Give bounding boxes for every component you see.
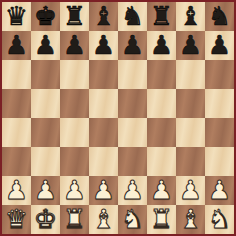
square-d6[interactable] bbox=[89, 60, 118, 89]
square-h1[interactable]: ♞ bbox=[205, 205, 234, 234]
black-pawn[interactable]: ♟ bbox=[31, 31, 60, 60]
square-h5[interactable] bbox=[205, 89, 234, 118]
black-bishop[interactable]: ♝ bbox=[89, 2, 118, 31]
square-d3[interactable] bbox=[89, 147, 118, 176]
white-rook[interactable]: ♜ bbox=[147, 205, 176, 234]
black-pawn[interactable]: ♟ bbox=[147, 31, 176, 60]
square-d1[interactable]: ♝ bbox=[89, 205, 118, 234]
square-g4[interactable] bbox=[176, 118, 205, 147]
white-pawn[interactable]: ♟ bbox=[176, 176, 205, 205]
black-pawn[interactable]: ♟ bbox=[118, 31, 147, 60]
square-h8[interactable]: ♞ bbox=[205, 2, 234, 31]
square-a6[interactable] bbox=[2, 60, 31, 89]
white-knight[interactable]: ♞ bbox=[205, 205, 234, 234]
white-pawn[interactable]: ♟ bbox=[31, 176, 60, 205]
white-pawn[interactable]: ♟ bbox=[118, 176, 147, 205]
square-c5[interactable] bbox=[60, 89, 89, 118]
square-a1[interactable]: ♛ bbox=[2, 205, 31, 234]
square-c6[interactable] bbox=[60, 60, 89, 89]
square-d8[interactable]: ♝ bbox=[89, 2, 118, 31]
square-f8[interactable]: ♜ bbox=[147, 2, 176, 31]
square-h4[interactable] bbox=[205, 118, 234, 147]
square-f2[interactable]: ♟ bbox=[147, 176, 176, 205]
black-rook[interactable]: ♜ bbox=[147, 2, 176, 31]
square-d2[interactable]: ♟ bbox=[89, 176, 118, 205]
square-f1[interactable]: ♜ bbox=[147, 205, 176, 234]
square-f4[interactable] bbox=[147, 118, 176, 147]
square-e4[interactable] bbox=[118, 118, 147, 147]
black-queen[interactable]: ♛ bbox=[2, 2, 31, 31]
white-pawn[interactable]: ♟ bbox=[60, 176, 89, 205]
square-g8[interactable]: ♝ bbox=[176, 2, 205, 31]
square-e6[interactable] bbox=[118, 60, 147, 89]
square-a4[interactable] bbox=[2, 118, 31, 147]
square-g6[interactable] bbox=[176, 60, 205, 89]
square-a2[interactable]: ♟ bbox=[2, 176, 31, 205]
square-e3[interactable] bbox=[118, 147, 147, 176]
square-e5[interactable] bbox=[118, 89, 147, 118]
chess-board: ♛♚♜♝♞♜♝♞♟♟♟♟♟♟♟♟♟♟♟♟♟♟♟♟♛♚♜♝♞♜♝♞ bbox=[2, 2, 234, 234]
square-a8[interactable]: ♛ bbox=[2, 2, 31, 31]
black-king[interactable]: ♚ bbox=[31, 2, 60, 31]
black-pawn[interactable]: ♟ bbox=[89, 31, 118, 60]
square-f6[interactable] bbox=[147, 60, 176, 89]
square-h3[interactable] bbox=[205, 147, 234, 176]
black-knight[interactable]: ♞ bbox=[118, 2, 147, 31]
square-c8[interactable]: ♜ bbox=[60, 2, 89, 31]
square-d7[interactable]: ♟ bbox=[89, 31, 118, 60]
square-h6[interactable] bbox=[205, 60, 234, 89]
white-king[interactable]: ♚ bbox=[31, 205, 60, 234]
white-bishop[interactable]: ♝ bbox=[176, 205, 205, 234]
square-h2[interactable]: ♟ bbox=[205, 176, 234, 205]
square-g2[interactable]: ♟ bbox=[176, 176, 205, 205]
white-knight[interactable]: ♞ bbox=[118, 205, 147, 234]
square-f7[interactable]: ♟ bbox=[147, 31, 176, 60]
square-b3[interactable] bbox=[31, 147, 60, 176]
square-c3[interactable] bbox=[60, 147, 89, 176]
square-b2[interactable]: ♟ bbox=[31, 176, 60, 205]
square-a7[interactable]: ♟ bbox=[2, 31, 31, 60]
white-queen[interactable]: ♛ bbox=[2, 205, 31, 234]
square-b1[interactable]: ♚ bbox=[31, 205, 60, 234]
square-c7[interactable]: ♟ bbox=[60, 31, 89, 60]
square-f5[interactable] bbox=[147, 89, 176, 118]
square-c2[interactable]: ♟ bbox=[60, 176, 89, 205]
board-frame: ♛♚♜♝♞♜♝♞♟♟♟♟♟♟♟♟♟♟♟♟♟♟♟♟♛♚♜♝♞♜♝♞ bbox=[0, 0, 236, 236]
square-c4[interactable] bbox=[60, 118, 89, 147]
square-c1[interactable]: ♜ bbox=[60, 205, 89, 234]
white-pawn[interactable]: ♟ bbox=[147, 176, 176, 205]
white-rook[interactable]: ♜ bbox=[60, 205, 89, 234]
square-e1[interactable]: ♞ bbox=[118, 205, 147, 234]
black-pawn[interactable]: ♟ bbox=[205, 31, 234, 60]
square-g5[interactable] bbox=[176, 89, 205, 118]
square-b4[interactable] bbox=[31, 118, 60, 147]
black-bishop[interactable]: ♝ bbox=[176, 2, 205, 31]
black-knight[interactable]: ♞ bbox=[205, 2, 234, 31]
square-d5[interactable] bbox=[89, 89, 118, 118]
square-g7[interactable]: ♟ bbox=[176, 31, 205, 60]
black-pawn[interactable]: ♟ bbox=[176, 31, 205, 60]
square-g3[interactable] bbox=[176, 147, 205, 176]
square-d4[interactable] bbox=[89, 118, 118, 147]
white-pawn[interactable]: ♟ bbox=[89, 176, 118, 205]
square-b5[interactable] bbox=[31, 89, 60, 118]
square-b6[interactable] bbox=[31, 60, 60, 89]
white-pawn[interactable]: ♟ bbox=[2, 176, 31, 205]
white-pawn[interactable]: ♟ bbox=[205, 176, 234, 205]
square-a5[interactable] bbox=[2, 89, 31, 118]
square-e8[interactable]: ♞ bbox=[118, 2, 147, 31]
square-g1[interactable]: ♝ bbox=[176, 205, 205, 234]
square-b7[interactable]: ♟ bbox=[31, 31, 60, 60]
square-a3[interactable] bbox=[2, 147, 31, 176]
black-pawn[interactable]: ♟ bbox=[2, 31, 31, 60]
black-pawn[interactable]: ♟ bbox=[60, 31, 89, 60]
black-rook[interactable]: ♜ bbox=[60, 2, 89, 31]
square-b8[interactable]: ♚ bbox=[31, 2, 60, 31]
square-f3[interactable] bbox=[147, 147, 176, 176]
square-e2[interactable]: ♟ bbox=[118, 176, 147, 205]
square-h7[interactable]: ♟ bbox=[205, 31, 234, 60]
white-bishop[interactable]: ♝ bbox=[89, 205, 118, 234]
square-e7[interactable]: ♟ bbox=[118, 31, 147, 60]
